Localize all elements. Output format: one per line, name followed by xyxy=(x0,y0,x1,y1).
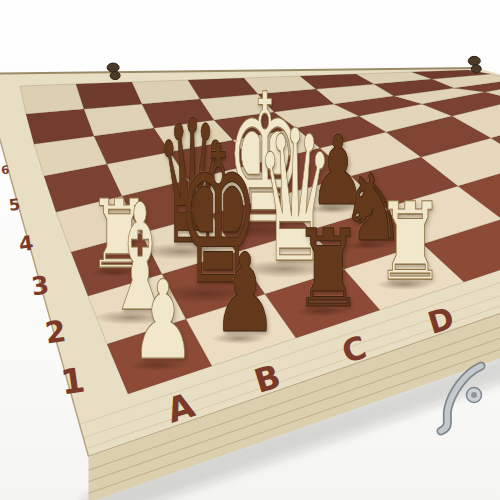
piece-white-rook-d1[interactable]: ♜ xyxy=(375,188,445,295)
chess-set-product-photo: ABCDEFGH123456 ♟♚♞♛♛♜♜♚♜♝♟♟ xyxy=(0,0,500,500)
piece-brown-rook-c1[interactable]: ♜ xyxy=(293,215,363,322)
piece-white-pawn-a1[interactable]: ♟ xyxy=(131,267,195,376)
piece-brown-pawn-b1[interactable]: ♟ xyxy=(213,240,277,349)
pieces-layer: ♟♚♞♛♛♜♜♚♜♝♟♟ xyxy=(0,0,500,500)
